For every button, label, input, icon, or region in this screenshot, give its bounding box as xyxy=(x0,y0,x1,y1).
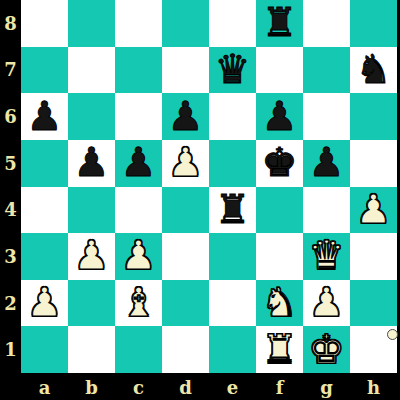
square-g4[interactable] xyxy=(303,187,350,234)
square-f3[interactable] xyxy=(256,233,303,280)
rank-label-8: 8 xyxy=(0,0,21,47)
file-label-d: d xyxy=(162,373,209,400)
rank-labels: 87654321 xyxy=(0,0,21,373)
black-pawn-icon: ♟ xyxy=(121,142,157,182)
square-a6[interactable]: ♟ xyxy=(21,93,68,140)
square-h7[interactable]: ♞ xyxy=(350,47,397,94)
black-pawn-icon: ♟ xyxy=(309,142,345,182)
square-b6[interactable] xyxy=(68,93,115,140)
square-d4[interactable] xyxy=(162,187,209,234)
square-f6[interactable]: ♟ xyxy=(256,93,303,140)
square-f4[interactable] xyxy=(256,187,303,234)
white-pawn-icon: ♟ xyxy=(356,189,392,229)
white-queen-icon: ♛ xyxy=(309,235,345,275)
white-pawn-icon: ♟ xyxy=(74,235,110,275)
white-rook-icon: ♜ xyxy=(262,329,298,369)
file-label-e: e xyxy=(209,373,256,400)
black-queen-icon: ♛ xyxy=(215,49,251,89)
square-f8[interactable]: ♜ xyxy=(256,0,303,47)
white-bishop-icon: ♝ xyxy=(121,282,157,322)
square-g6[interactable] xyxy=(303,93,350,140)
square-e7[interactable]: ♛ xyxy=(209,47,256,94)
square-g7[interactable] xyxy=(303,47,350,94)
square-a2[interactable]: ♟ xyxy=(21,280,68,327)
rank-label-5: 5 xyxy=(0,140,21,187)
square-d8[interactable] xyxy=(162,0,209,47)
square-b4[interactable] xyxy=(68,187,115,234)
square-c6[interactable] xyxy=(115,93,162,140)
square-h6[interactable] xyxy=(350,93,397,140)
file-label-c: c xyxy=(115,373,162,400)
black-pawn-icon: ♟ xyxy=(262,96,298,136)
square-e2[interactable] xyxy=(209,280,256,327)
square-a3[interactable] xyxy=(21,233,68,280)
black-rook-icon: ♜ xyxy=(215,189,251,229)
square-f7[interactable] xyxy=(256,47,303,94)
black-rook-icon: ♜ xyxy=(262,2,298,42)
chess-diagram: ♜♛♞♟♟♟♟♟♟♚♟♜♟♟♟♛♟♝♞♟♜♚ 87654321 abcdefgh xyxy=(0,0,400,400)
square-a5[interactable] xyxy=(21,140,68,187)
square-e8[interactable] xyxy=(209,0,256,47)
file-label-b: b xyxy=(68,373,115,400)
square-d2[interactable] xyxy=(162,280,209,327)
square-e5[interactable] xyxy=(209,140,256,187)
square-c7[interactable] xyxy=(115,47,162,94)
square-g5[interactable]: ♟ xyxy=(303,140,350,187)
square-d5[interactable]: ♟ xyxy=(162,140,209,187)
square-b8[interactable] xyxy=(68,0,115,47)
square-h2[interactable] xyxy=(350,280,397,327)
white-pawn-icon: ♟ xyxy=(309,282,345,322)
square-b5[interactable]: ♟ xyxy=(68,140,115,187)
square-h3[interactable] xyxy=(350,233,397,280)
square-g1[interactable]: ♚ xyxy=(303,326,350,373)
square-h5[interactable] xyxy=(350,140,397,187)
white-pawn-icon: ♟ xyxy=(168,142,204,182)
black-knight-icon: ♞ xyxy=(356,49,392,89)
rank-label-1: 1 xyxy=(0,326,21,373)
square-c5[interactable]: ♟ xyxy=(115,140,162,187)
file-label-g: g xyxy=(303,373,350,400)
square-d6[interactable]: ♟ xyxy=(162,93,209,140)
square-f2[interactable]: ♞ xyxy=(256,280,303,327)
rank-label-3: 3 xyxy=(0,233,21,280)
square-b2[interactable] xyxy=(68,280,115,327)
rank-label-7: 7 xyxy=(0,47,21,94)
square-d3[interactable] xyxy=(162,233,209,280)
square-e1[interactable] xyxy=(209,326,256,373)
black-pawn-icon: ♟ xyxy=(27,96,63,136)
rank-label-6: 6 xyxy=(0,93,21,140)
white-to-move-indicator xyxy=(387,329,398,340)
file-labels: abcdefgh xyxy=(21,373,397,400)
square-c1[interactable] xyxy=(115,326,162,373)
square-d7[interactable] xyxy=(162,47,209,94)
white-knight-icon: ♞ xyxy=(262,282,298,322)
square-g3[interactable]: ♛ xyxy=(303,233,350,280)
black-pawn-icon: ♟ xyxy=(74,142,110,182)
square-a7[interactable] xyxy=(21,47,68,94)
square-f5[interactable]: ♚ xyxy=(256,140,303,187)
black-pawn-icon: ♟ xyxy=(168,96,204,136)
black-king-icon: ♚ xyxy=(262,142,298,182)
square-b1[interactable] xyxy=(68,326,115,373)
square-d1[interactable] xyxy=(162,326,209,373)
file-label-f: f xyxy=(256,373,303,400)
square-e3[interactable] xyxy=(209,233,256,280)
square-b3[interactable]: ♟ xyxy=(68,233,115,280)
square-a4[interactable] xyxy=(21,187,68,234)
square-h8[interactable] xyxy=(350,0,397,47)
file-label-a: a xyxy=(21,373,68,400)
square-e4[interactable]: ♜ xyxy=(209,187,256,234)
square-h4[interactable]: ♟ xyxy=(350,187,397,234)
rank-label-2: 2 xyxy=(0,280,21,327)
rank-label-4: 4 xyxy=(0,187,21,234)
square-b7[interactable] xyxy=(68,47,115,94)
square-c3[interactable]: ♟ xyxy=(115,233,162,280)
file-label-h: h xyxy=(350,373,397,400)
square-c2[interactable]: ♝ xyxy=(115,280,162,327)
square-a1[interactable] xyxy=(21,326,68,373)
square-c8[interactable] xyxy=(115,0,162,47)
white-pawn-icon: ♟ xyxy=(27,282,63,322)
square-e6[interactable] xyxy=(209,93,256,140)
square-f1[interactable]: ♜ xyxy=(256,326,303,373)
square-a8[interactable] xyxy=(21,0,68,47)
white-king-icon: ♚ xyxy=(309,329,345,369)
square-g8[interactable] xyxy=(303,0,350,47)
white-pawn-icon: ♟ xyxy=(121,235,157,275)
board: ♜♛♞♟♟♟♟♟♟♚♟♜♟♟♟♛♟♝♞♟♜♚ xyxy=(21,0,397,373)
square-g2[interactable]: ♟ xyxy=(303,280,350,327)
square-c4[interactable] xyxy=(115,187,162,234)
